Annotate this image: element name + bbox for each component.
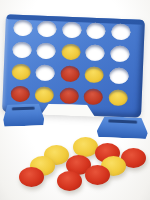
loose-disc-8-red bbox=[19, 167, 44, 187]
connect-four-frame bbox=[2, 14, 145, 117]
hole-r2c5-empty bbox=[110, 45, 130, 62]
hole-r1c5-empty bbox=[111, 23, 131, 40]
board-grid bbox=[7, 16, 133, 109]
hole-r1c2-empty bbox=[37, 21, 57, 38]
hole-r2c3-yellow-disc bbox=[61, 44, 81, 61]
hole-r2c2-empty bbox=[37, 43, 57, 60]
hole-r3c1-yellow-disc bbox=[11, 64, 31, 81]
hole-r3c5-empty bbox=[109, 67, 129, 84]
loose-disc-9-red bbox=[85, 165, 110, 185]
hole-r4c5-yellow-disc bbox=[108, 89, 128, 106]
hole-r4c1-red-disc bbox=[10, 86, 30, 103]
hole-r4c3-red-disc bbox=[59, 87, 79, 104]
left-foot-stand bbox=[3, 103, 45, 126]
hole-r3c4-yellow-disc bbox=[85, 66, 105, 83]
hole-r2c1-empty bbox=[12, 42, 32, 59]
hole-r3c2-empty bbox=[36, 65, 56, 82]
hole-r1c4-empty bbox=[86, 23, 106, 40]
hole-r4c2-yellow-disc bbox=[35, 86, 55, 103]
loose-disc-1-yellow bbox=[73, 137, 98, 157]
hole-r4c4-red-disc bbox=[84, 88, 104, 105]
hole-r2c4-empty bbox=[85, 44, 105, 61]
hole-r1c3-empty bbox=[62, 22, 82, 39]
right-foot-stand bbox=[97, 116, 149, 139]
hole-r1c1-empty bbox=[13, 20, 33, 37]
connect-four-photo bbox=[0, 0, 150, 200]
hole-r3c3-red-disc bbox=[60, 65, 80, 82]
loose-disc-10-red bbox=[57, 171, 82, 191]
